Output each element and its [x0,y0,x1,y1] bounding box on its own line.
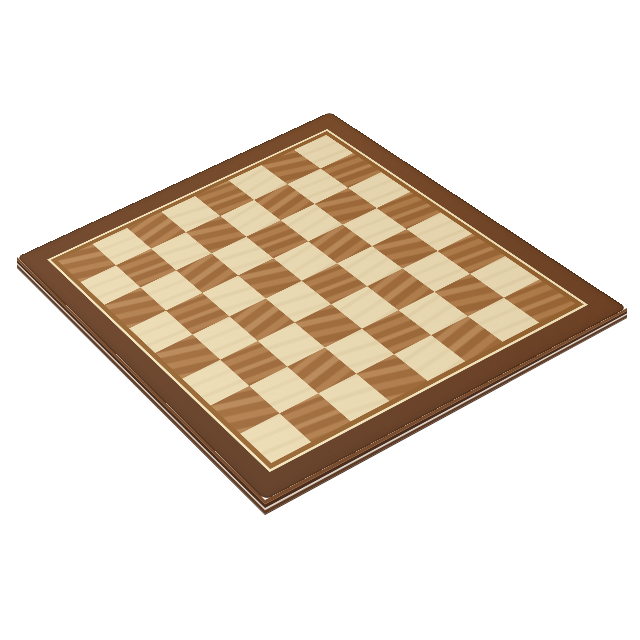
product-photo-stage [0,0,640,640]
